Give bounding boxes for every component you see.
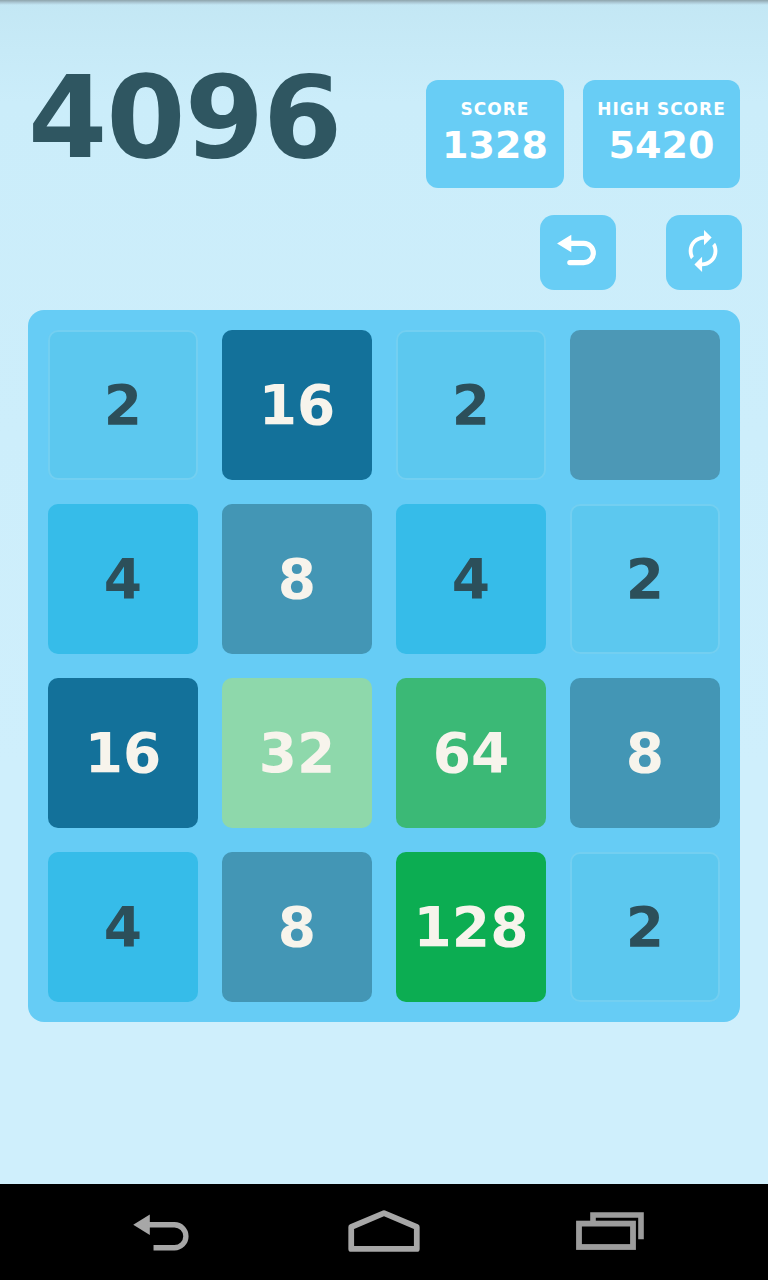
android-navbar bbox=[0, 1184, 768, 1280]
tile: 16 bbox=[222, 330, 372, 480]
undo-icon bbox=[555, 231, 601, 275]
refresh-icon bbox=[681, 228, 727, 277]
nav-recents-button[interactable] bbox=[570, 1184, 650, 1280]
tile: 2 bbox=[570, 852, 720, 1002]
game-board[interactable]: 2 16 2 4 8 4 2 16 32 64 8 4 8 128 2 bbox=[28, 310, 740, 1022]
high-score-box: HIGH SCORE 5420 bbox=[583, 80, 740, 188]
tile: 2 bbox=[48, 330, 198, 480]
nav-back-button[interactable] bbox=[125, 1184, 205, 1280]
tile bbox=[570, 330, 720, 480]
tile: 128 bbox=[396, 852, 546, 1002]
tile: 16 bbox=[48, 678, 198, 828]
tile: 2 bbox=[570, 504, 720, 654]
tile: 2 bbox=[396, 330, 546, 480]
restart-button[interactable] bbox=[666, 215, 742, 290]
score-box: SCORE 1328 bbox=[426, 80, 564, 188]
high-score-value: 5420 bbox=[609, 124, 715, 168]
tile: 8 bbox=[570, 678, 720, 828]
tile: 4 bbox=[48, 852, 198, 1002]
app-title: 4096 bbox=[28, 58, 341, 178]
undo-button[interactable] bbox=[540, 215, 616, 290]
tile: 64 bbox=[396, 678, 546, 828]
nav-home-button[interactable] bbox=[344, 1184, 424, 1280]
tile: 4 bbox=[396, 504, 546, 654]
tile: 4 bbox=[48, 504, 198, 654]
score-value: 1328 bbox=[442, 124, 548, 168]
home-icon bbox=[347, 1210, 421, 1255]
tile: 8 bbox=[222, 504, 372, 654]
recent-apps-icon bbox=[576, 1212, 644, 1253]
score-label: SCORE bbox=[461, 101, 530, 118]
tile: 32 bbox=[222, 678, 372, 828]
tile: 8 bbox=[222, 852, 372, 1002]
high-score-label: HIGH SCORE bbox=[597, 101, 726, 118]
statusbar-shadow bbox=[0, 0, 768, 5]
back-icon bbox=[132, 1210, 198, 1254]
